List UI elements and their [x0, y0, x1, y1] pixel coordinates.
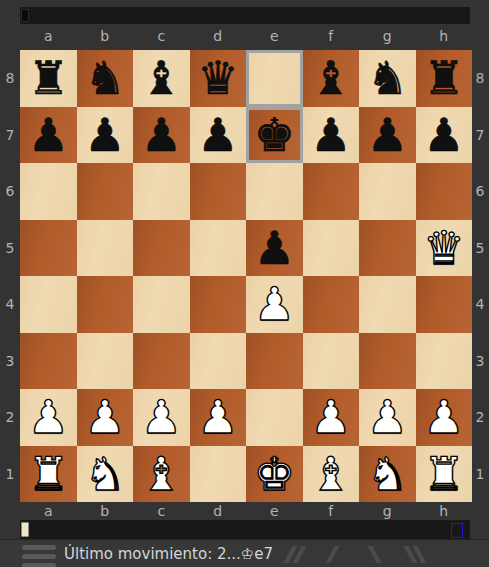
position-marker[interactable]	[451, 523, 463, 538]
chess-app-window: abcdefgh 87654321 ♜♞♝♛♝♞♜♟♟♟♟♚♟♟♟♟♛♟♟♟♟♟…	[0, 0, 489, 567]
square-d7[interactable]: ♟	[190, 107, 247, 164]
piece-white-pawn[interactable]: ♟	[141, 394, 182, 440]
square-e4[interactable]: ♟	[246, 276, 303, 333]
square-e6[interactable]	[246, 163, 303, 220]
hamburger-menu-icon[interactable]	[22, 545, 56, 567]
coordinate-label-e: e	[246, 501, 303, 521]
square-c7[interactable]: ♟	[133, 107, 190, 164]
square-a3[interactable]	[20, 333, 77, 390]
square-g3[interactable]	[359, 333, 416, 390]
piece-white-rook[interactable]: ♜	[28, 451, 69, 497]
coordinate-label-8: 8	[471, 50, 489, 107]
square-e2[interactable]	[246, 389, 303, 446]
coordinate-label-a: a	[20, 26, 77, 46]
square-d3[interactable]	[190, 333, 247, 390]
square-b4[interactable]	[77, 276, 134, 333]
piece-white-queen[interactable]: ♛	[423, 225, 464, 271]
coordinate-label-3: 3	[471, 333, 489, 390]
square-f4[interactable]	[303, 276, 360, 333]
piece-white-pawn[interactable]: ♟	[254, 281, 295, 327]
square-d2[interactable]: ♟	[190, 389, 247, 446]
last-move-label: Último movimiento: 2...♔e7	[64, 540, 273, 567]
square-c8[interactable]: ♝	[133, 50, 190, 107]
square-g6[interactable]	[359, 163, 416, 220]
square-b1[interactable]: ♞	[77, 446, 134, 503]
square-h4[interactable]	[416, 276, 473, 333]
coordinate-label-f: f	[303, 26, 360, 46]
coordinate-label-d: d	[190, 26, 247, 46]
square-a1[interactable]: ♜	[20, 446, 77, 503]
square-d8[interactable]: ♛	[190, 50, 247, 107]
white-progress-bar[interactable]	[20, 7, 470, 24]
piece-white-pawn[interactable]: ♟	[367, 394, 408, 440]
square-h3[interactable]	[416, 333, 473, 390]
square-h6[interactable]	[416, 163, 473, 220]
square-g8[interactable]: ♞	[359, 50, 416, 107]
square-f2[interactable]: ♟	[303, 389, 360, 446]
coordinate-label-d: d	[190, 501, 247, 521]
square-c1[interactable]: ♝	[133, 446, 190, 503]
coordinate-label-g: g	[359, 26, 416, 46]
square-h5[interactable]: ♛	[416, 220, 473, 277]
square-e1[interactable]: ♚	[246, 446, 303, 503]
piece-black-bishop[interactable]: ♝	[141, 55, 182, 101]
white-progress-thumb[interactable]	[21, 9, 29, 22]
piece-black-pawn[interactable]: ♟	[310, 112, 351, 158]
coordinate-label-4: 4	[471, 276, 489, 333]
square-g2[interactable]: ♟	[359, 389, 416, 446]
coordinate-label-a: a	[20, 501, 77, 521]
coordinate-label-2: 2	[0, 389, 20, 446]
file-labels-top: abcdefgh	[20, 26, 472, 46]
square-d4[interactable]	[190, 276, 247, 333]
square-b7[interactable]: ♟	[77, 107, 134, 164]
coordinate-label-5: 5	[471, 220, 489, 277]
square-h2[interactable]: ♟	[416, 389, 473, 446]
square-g4[interactable]	[359, 276, 416, 333]
black-progress-thumb[interactable]	[21, 522, 29, 537]
square-d1[interactable]	[190, 446, 247, 503]
square-h1[interactable]: ♜	[416, 446, 473, 503]
piece-white-bishop[interactable]: ♝	[310, 451, 351, 497]
piece-black-bishop[interactable]: ♝	[310, 55, 351, 101]
piece-white-king[interactable]: ♚	[254, 451, 295, 497]
piece-black-pawn[interactable]: ♟	[141, 112, 182, 158]
coordinate-label-1: 1	[0, 446, 20, 503]
square-a8[interactable]: ♜	[20, 50, 77, 107]
piece-white-pawn[interactable]: ♟	[310, 394, 351, 440]
chess-board[interactable]: ♜♞♝♛♝♞♜♟♟♟♟♚♟♟♟♟♛♟♟♟♟♟♟♟♟♜♞♝♚♝♞♜	[20, 50, 472, 502]
square-e7[interactable]: ♚	[246, 107, 303, 164]
piece-white-pawn[interactable]: ♟	[197, 394, 238, 440]
piece-black-pawn[interactable]: ♟	[423, 112, 464, 158]
coordinate-label-c: c	[133, 26, 190, 46]
square-a5[interactable]	[20, 220, 77, 277]
file-labels-bottom: abcdefgh	[20, 501, 472, 521]
square-g7[interactable]: ♟	[359, 107, 416, 164]
status-bar: Último movimiento: 2...♔e7	[0, 539, 489, 567]
rank-labels-left: 87654321	[0, 50, 20, 502]
square-h7[interactable]: ♟	[416, 107, 473, 164]
decorative-slashes	[288, 544, 448, 566]
square-c2[interactable]: ♟	[133, 389, 190, 446]
square-c5[interactable]	[133, 220, 190, 277]
square-c3[interactable]	[133, 333, 190, 390]
piece-white-knight[interactable]: ♞	[84, 451, 125, 497]
square-f6[interactable]	[303, 163, 360, 220]
piece-black-pawn[interactable]: ♟	[28, 112, 69, 158]
piece-black-king[interactable]: ♚	[254, 112, 295, 158]
piece-black-pawn[interactable]: ♟	[84, 112, 125, 158]
coordinate-label-6: 6	[471, 163, 489, 220]
coordinate-label-2: 2	[471, 389, 489, 446]
square-f3[interactable]	[303, 333, 360, 390]
piece-white-pawn[interactable]: ♟	[28, 394, 69, 440]
black-progress-bar[interactable]	[20, 520, 470, 539]
coordinate-label-7: 7	[471, 107, 489, 164]
coordinate-label-6: 6	[0, 163, 20, 220]
piece-black-pawn[interactable]: ♟	[254, 225, 295, 271]
square-e8[interactable]	[246, 50, 303, 107]
coordinate-label-h: h	[416, 501, 473, 521]
coordinate-label-4: 4	[0, 276, 20, 333]
piece-white-pawn[interactable]: ♟	[423, 394, 464, 440]
coordinate-label-e: e	[246, 26, 303, 46]
piece-white-rook[interactable]: ♜	[423, 451, 464, 497]
square-g5[interactable]	[359, 220, 416, 277]
square-b6[interactable]	[77, 163, 134, 220]
square-b8[interactable]: ♞	[77, 50, 134, 107]
coordinate-label-g: g	[359, 501, 416, 521]
square-b2[interactable]: ♟	[77, 389, 134, 446]
square-d5[interactable]	[190, 220, 247, 277]
square-c4[interactable]	[133, 276, 190, 333]
piece-black-rook[interactable]: ♜	[423, 55, 464, 101]
coordinate-label-b: b	[77, 26, 134, 46]
rank-labels-right: 87654321	[471, 50, 489, 502]
square-e5[interactable]: ♟	[246, 220, 303, 277]
square-f7[interactable]: ♟	[303, 107, 360, 164]
piece-white-bishop[interactable]: ♝	[141, 451, 182, 497]
coordinate-label-f: f	[303, 501, 360, 521]
square-e3[interactable]	[246, 333, 303, 390]
piece-black-queen[interactable]: ♛	[197, 55, 238, 101]
coordinate-label-3: 3	[0, 333, 20, 390]
square-a7[interactable]: ♟	[20, 107, 77, 164]
square-b5[interactable]	[77, 220, 134, 277]
piece-black-knight[interactable]: ♞	[84, 55, 125, 101]
coordinate-label-5: 5	[0, 220, 20, 277]
square-a2[interactable]: ♟	[20, 389, 77, 446]
square-b3[interactable]	[77, 333, 134, 390]
square-a6[interactable]	[20, 163, 77, 220]
piece-black-knight[interactable]: ♞	[367, 55, 408, 101]
piece-black-pawn[interactable]: ♟	[367, 112, 408, 158]
square-c6[interactable]	[133, 163, 190, 220]
coordinate-label-b: b	[77, 501, 134, 521]
square-a4[interactable]	[20, 276, 77, 333]
coordinate-label-c: c	[133, 501, 190, 521]
piece-black-rook[interactable]: ♜	[28, 55, 69, 101]
coordinate-label-8: 8	[0, 50, 20, 107]
coordinate-label-1: 1	[471, 446, 489, 503]
square-d6[interactable]	[190, 163, 247, 220]
piece-white-knight[interactable]: ♞	[367, 451, 408, 497]
coordinate-label-7: 7	[0, 107, 20, 164]
square-h8[interactable]: ♜	[416, 50, 473, 107]
square-g1[interactable]: ♞	[359, 446, 416, 503]
coordinate-label-h: h	[416, 26, 473, 46]
square-f8[interactable]: ♝	[303, 50, 360, 107]
piece-black-pawn[interactable]: ♟	[197, 112, 238, 158]
square-f5[interactable]	[303, 220, 360, 277]
piece-white-pawn[interactable]: ♟	[84, 394, 125, 440]
square-f1[interactable]: ♝	[303, 446, 360, 503]
